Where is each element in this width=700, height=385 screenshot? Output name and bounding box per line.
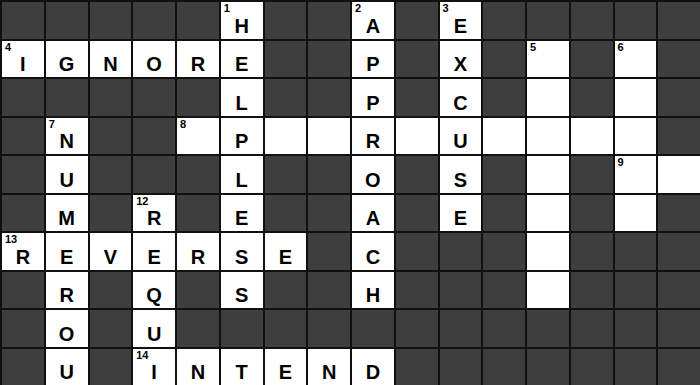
- block-cell-r5c15: [658, 195, 700, 232]
- cell-letter: I: [133, 361, 175, 384]
- cell-r3c13[interactable]: [571, 118, 613, 155]
- block-cell-r7c11: [483, 272, 525, 309]
- block-cell-r2c9: [396, 79, 438, 116]
- block-cell-r8c0: [2, 310, 44, 347]
- cell-r5c10[interactable]: E: [440, 195, 482, 232]
- cell-r1c4[interactable]: R: [177, 41, 219, 78]
- block-cell-r8c14: [615, 310, 657, 347]
- clue-number-2: 2: [355, 2, 361, 15]
- cell-r3c12[interactable]: [527, 118, 569, 155]
- cell-letter: N: [46, 130, 88, 153]
- block-cell-r1c13: [571, 41, 613, 78]
- block-cell-r6c15: [658, 233, 700, 270]
- block-cell-r2c15: [658, 79, 700, 116]
- block-cell-r1c11: [483, 41, 525, 78]
- block-cell-r3c3: [133, 118, 175, 155]
- block-cell-r0c12: [527, 2, 569, 39]
- block-cell-r4c11: [483, 156, 525, 193]
- cell-r3c4[interactable]: 8: [177, 118, 219, 155]
- cell-r1c1[interactable]: G: [46, 41, 88, 78]
- block-cell-r9c11: [483, 349, 525, 385]
- block-cell-r7c7: [308, 272, 350, 309]
- clue-number-9: 9: [618, 156, 624, 169]
- block-cell-r3c2: [90, 118, 132, 155]
- block-cell-r4c13: [571, 156, 613, 193]
- cell-letter: H: [221, 15, 263, 38]
- cell-letter: I: [2, 53, 44, 76]
- cell-r1c14[interactable]: 6: [615, 41, 657, 78]
- cell-r7c12[interactable]: [527, 272, 569, 309]
- block-cell-r4c2: [90, 156, 132, 193]
- cell-letter: R: [352, 130, 394, 153]
- cell-r4c12[interactable]: [527, 156, 569, 193]
- cell-r1c12[interactable]: 5: [527, 41, 569, 78]
- block-cell-r5c0: [2, 195, 44, 232]
- cell-r9c1[interactable]: U: [46, 349, 88, 385]
- cell-r1c5[interactable]: E: [221, 41, 263, 78]
- block-cell-r7c10: [440, 272, 482, 309]
- cell-r4c10[interactable]: S: [440, 156, 482, 193]
- cell-r3c11[interactable]: [483, 118, 525, 155]
- block-cell-r7c6: [265, 272, 307, 309]
- cell-r4c15[interactable]: [658, 156, 700, 193]
- block-cell-r8c12: [527, 310, 569, 347]
- cell-r7c1[interactable]: R: [46, 272, 88, 309]
- block-cell-r0c3: [133, 2, 175, 39]
- cell-letter: H: [352, 284, 394, 307]
- clue-number-5: 5: [530, 41, 536, 54]
- cell-r5c1[interactable]: M: [46, 195, 88, 232]
- block-cell-r9c13: [571, 349, 613, 385]
- cell-letter: C: [440, 92, 482, 115]
- cell-r1c8[interactable]: P: [352, 41, 394, 78]
- block-cell-r6c9: [396, 233, 438, 270]
- cell-letter: R: [133, 207, 175, 230]
- cell-r2c10[interactable]: C: [440, 79, 482, 116]
- block-cell-r0c6: [265, 2, 307, 39]
- block-cell-r0c1: [46, 2, 88, 39]
- cell-letter: L: [221, 169, 263, 192]
- block-cell-r6c10: [440, 233, 482, 270]
- cell-r6c5[interactable]: S: [221, 233, 263, 270]
- block-cell-r7c14: [615, 272, 657, 309]
- block-cell-r4c3: [133, 156, 175, 193]
- cell-r9c6[interactable]: E: [265, 349, 307, 385]
- cell-letter: G: [46, 53, 88, 76]
- cell-r3c8[interactable]: R: [352, 118, 394, 155]
- cell-r3c7[interactable]: [308, 118, 350, 155]
- cell-r0c5[interactable]: 1H: [221, 2, 263, 39]
- block-cell-r5c13: [571, 195, 613, 232]
- block-cell-r2c7: [308, 79, 350, 116]
- cell-r0c10[interactable]: 3E: [440, 2, 482, 39]
- cell-r9c5[interactable]: T: [221, 349, 263, 385]
- block-cell-r3c0: [2, 118, 44, 155]
- cell-r6c0[interactable]: 13R: [2, 233, 44, 270]
- block-cell-r5c2: [90, 195, 132, 232]
- block-cell-r8c8: [352, 310, 394, 347]
- cell-r3c5[interactable]: P: [221, 118, 263, 155]
- block-cell-r0c7: [308, 2, 350, 39]
- clue-number-8: 8: [180, 118, 186, 131]
- block-cell-r8c15: [658, 310, 700, 347]
- cell-r2c8[interactable]: P: [352, 79, 394, 116]
- block-cell-r8c11: [483, 310, 525, 347]
- cell-letter: Q: [133, 284, 175, 307]
- block-cell-r9c15: [658, 349, 700, 385]
- cell-r6c6[interactable]: E: [265, 233, 307, 270]
- block-cell-r8c9: [396, 310, 438, 347]
- block-cell-r8c2: [90, 310, 132, 347]
- cell-r1c3[interactable]: O: [133, 41, 175, 78]
- block-cell-r5c7: [308, 195, 350, 232]
- block-cell-r2c11: [483, 79, 525, 116]
- cell-r8c3[interactable]: U: [133, 310, 175, 347]
- cell-letter: E: [440, 15, 482, 38]
- cell-r9c4[interactable]: N: [177, 349, 219, 385]
- block-cell-r6c14: [615, 233, 657, 270]
- block-cell-r6c13: [571, 233, 613, 270]
- cell-r7c8[interactable]: H: [352, 272, 394, 309]
- cell-r6c4[interactable]: R: [177, 233, 219, 270]
- block-cell-r7c9: [396, 272, 438, 309]
- cell-r3c14[interactable]: [615, 118, 657, 155]
- block-cell-r7c15: [658, 272, 700, 309]
- block-cell-r3c15: [658, 118, 700, 155]
- cell-letter: P: [352, 53, 394, 76]
- block-cell-r0c13: [571, 2, 613, 39]
- block-cell-r4c7: [308, 156, 350, 193]
- block-cell-r8c7: [308, 310, 350, 347]
- block-cell-r6c11: [483, 233, 525, 270]
- cell-letter: S: [221, 246, 263, 269]
- cell-r1c0[interactable]: 4I: [2, 41, 44, 78]
- block-cell-r2c6: [265, 79, 307, 116]
- cell-letter: P: [352, 92, 394, 115]
- cell-r9c3[interactable]: 14I: [133, 349, 175, 385]
- cell-r6c12[interactable]: [527, 233, 569, 270]
- block-cell-r9c12: [527, 349, 569, 385]
- cell-letter: O: [352, 169, 394, 192]
- block-cell-r2c13: [571, 79, 613, 116]
- block-cell-r4c9: [396, 156, 438, 193]
- block-cell-r8c6: [265, 310, 307, 347]
- block-cell-r7c2: [90, 272, 132, 309]
- cell-r6c3[interactable]: E: [133, 233, 175, 270]
- cell-letter: D: [352, 361, 394, 384]
- block-cell-r1c15: [658, 41, 700, 78]
- cell-letter: N: [90, 53, 132, 76]
- cell-letter: U: [46, 169, 88, 192]
- block-cell-r8c13: [571, 310, 613, 347]
- block-cell-r5c11: [483, 195, 525, 232]
- cell-r4c1[interactable]: U: [46, 156, 88, 193]
- cell-letter: U: [133, 323, 175, 346]
- block-cell-r6c7: [308, 233, 350, 270]
- cell-r4c8[interactable]: O: [352, 156, 394, 193]
- block-cell-r0c2: [90, 2, 132, 39]
- cell-r9c7[interactable]: N: [308, 349, 350, 385]
- cell-r1c2[interactable]: N: [90, 41, 132, 78]
- cell-letter: U: [440, 130, 482, 153]
- block-cell-r0c9: [396, 2, 438, 39]
- cell-letter: O: [133, 53, 175, 76]
- cell-r5c5[interactable]: E: [221, 195, 263, 232]
- cell-r4c5[interactable]: L: [221, 156, 263, 193]
- cell-r3c9[interactable]: [396, 118, 438, 155]
- cell-r5c12[interactable]: [527, 195, 569, 232]
- cell-letter: E: [221, 53, 263, 76]
- block-cell-r5c4: [177, 195, 219, 232]
- block-cell-r0c0: [2, 2, 44, 39]
- block-cell-r9c2: [90, 349, 132, 385]
- clue-number-7: 7: [49, 118, 55, 131]
- cell-letter: R: [2, 246, 44, 269]
- cell-r2c12[interactable]: [527, 79, 569, 116]
- cell-letter: O: [46, 323, 88, 346]
- cell-letter: N: [177, 361, 219, 384]
- block-cell-r8c10: [440, 310, 482, 347]
- cell-r1c10[interactable]: X: [440, 41, 482, 78]
- crossword-board: 1H2A3E4IGNOREPX56LPC7N8PRUULOS9M12REAE13…: [0, 0, 700, 385]
- block-cell-r2c1: [46, 79, 88, 116]
- block-cell-r5c9: [396, 195, 438, 232]
- cell-r5c3[interactable]: 12R: [133, 195, 175, 232]
- block-cell-r0c15: [658, 2, 700, 39]
- block-cell-r4c6: [265, 156, 307, 193]
- clue-number-14: 14: [136, 349, 148, 362]
- block-cell-r8c4: [177, 310, 219, 347]
- block-cell-r0c4: [177, 2, 219, 39]
- cell-letter: L: [221, 92, 263, 115]
- cell-r7c3[interactable]: Q: [133, 272, 175, 309]
- block-cell-r9c10: [440, 349, 482, 385]
- clue-number-1: 1: [224, 2, 230, 15]
- cell-letter: C: [352, 246, 394, 269]
- cell-r3c6[interactable]: [265, 118, 307, 155]
- clue-number-3: 3: [443, 2, 449, 15]
- block-cell-r2c0: [2, 79, 44, 116]
- cell-letter: S: [440, 169, 482, 192]
- cell-r9c8[interactable]: D: [352, 349, 394, 385]
- block-cell-r1c9: [396, 41, 438, 78]
- block-cell-r2c3: [133, 79, 175, 116]
- cell-r5c8[interactable]: A: [352, 195, 394, 232]
- block-cell-r4c0: [2, 156, 44, 193]
- cell-letter: S: [221, 284, 263, 307]
- cell-letter: E: [440, 207, 482, 230]
- block-cell-r7c0: [2, 272, 44, 309]
- cell-r7c5[interactable]: S: [221, 272, 263, 309]
- cell-letter: A: [352, 207, 394, 230]
- block-cell-r1c7: [308, 41, 350, 78]
- cell-r3c10[interactable]: U: [440, 118, 482, 155]
- cell-letter: U: [46, 361, 88, 384]
- cell-letter: E: [133, 246, 175, 269]
- clue-number-4: 4: [5, 41, 11, 54]
- cell-letter: N: [308, 361, 350, 384]
- block-cell-r4c4: [177, 156, 219, 193]
- cell-letter: R: [177, 53, 219, 76]
- cell-r2c14[interactable]: [615, 79, 657, 116]
- block-cell-r9c0: [2, 349, 44, 385]
- cell-letter: M: [46, 207, 88, 230]
- cell-r8c1[interactable]: O: [46, 310, 88, 347]
- cell-letter: A: [352, 15, 394, 38]
- cell-letter: T: [221, 361, 263, 384]
- block-cell-r5c6: [265, 195, 307, 232]
- cell-r0c8[interactable]: 2A: [352, 2, 394, 39]
- cell-letter: R: [46, 284, 88, 307]
- block-cell-r9c9: [396, 349, 438, 385]
- block-cell-r2c2: [90, 79, 132, 116]
- cell-letter: V: [90, 246, 132, 269]
- cell-r3c1[interactable]: 7N: [46, 118, 88, 155]
- block-cell-r9c14: [615, 349, 657, 385]
- clue-number-6: 6: [618, 41, 624, 54]
- cell-r5c14[interactable]: [615, 195, 657, 232]
- cell-r6c1[interactable]: E: [46, 233, 88, 270]
- clue-number-12: 12: [136, 195, 148, 208]
- block-cell-r2c4: [177, 79, 219, 116]
- block-cell-r0c14: [615, 2, 657, 39]
- cell-letter: R: [177, 246, 219, 269]
- block-cell-r8c5: [221, 310, 263, 347]
- cell-r6c8[interactable]: C: [352, 233, 394, 270]
- cell-letter: E: [46, 246, 88, 269]
- block-cell-r7c13: [571, 272, 613, 309]
- cell-r4c14[interactable]: 9: [615, 156, 657, 193]
- clue-number-13: 13: [5, 233, 17, 246]
- block-cell-r7c4: [177, 272, 219, 309]
- block-cell-r0c11: [483, 2, 525, 39]
- block-cell-r1c6: [265, 41, 307, 78]
- cell-r2c5[interactable]: L: [221, 79, 263, 116]
- cell-letter: E: [265, 246, 307, 269]
- cell-letter: E: [265, 361, 307, 384]
- cell-r6c2[interactable]: V: [90, 233, 132, 270]
- cell-letter: X: [440, 53, 482, 76]
- cell-letter: P: [221, 130, 263, 153]
- cell-letter: E: [221, 207, 263, 230]
